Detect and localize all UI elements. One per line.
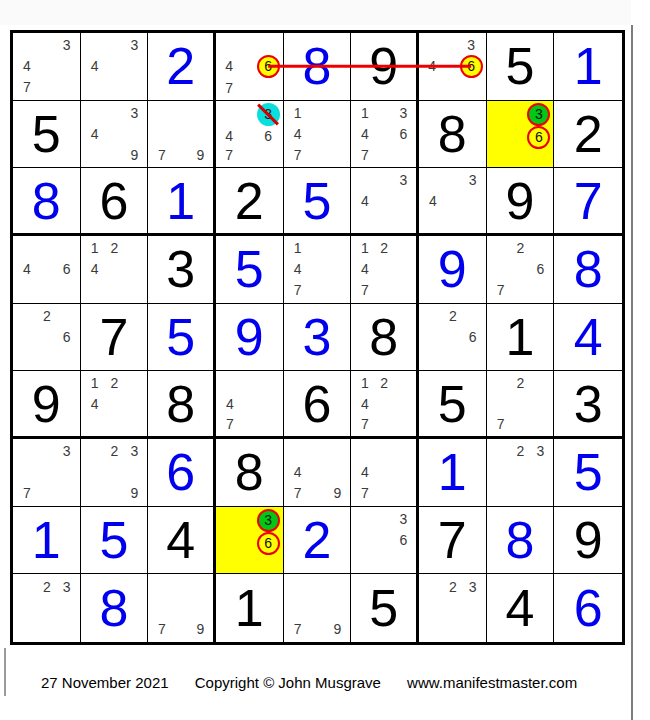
empty-slot — [375, 259, 394, 280]
cell-r4c5[interactable]: 147 — [284, 236, 352, 304]
cell-r9c5[interactable]: 79 — [284, 574, 352, 642]
empty-slot — [327, 259, 347, 280]
empty-slot — [37, 598, 57, 619]
candidate-6: 6 — [257, 532, 280, 555]
candidate-1: 1 — [85, 373, 105, 393]
candidate-grid: 23 — [419, 574, 486, 642]
empty-slot — [491, 126, 509, 149]
cell-r5c3[interactable]: 5 — [148, 304, 216, 372]
candidate-4: 4 — [355, 259, 374, 280]
candidate-3: 3 — [530, 441, 550, 462]
cell-r2c1[interactable]: 5 — [13, 101, 81, 169]
empty-slot — [220, 103, 238, 126]
candidate-2: 2 — [443, 576, 463, 597]
empty-slot — [394, 373, 413, 393]
empty-slot — [394, 394, 413, 414]
solved-digit: 8 — [487, 507, 554, 574]
empty-slot — [394, 144, 413, 165]
cell-r8c4[interactable]: 36 — [216, 507, 284, 575]
cell-r9c9[interactable]: 6 — [554, 574, 622, 642]
empty-slot — [37, 280, 57, 301]
candidate-7: 7 — [17, 77, 37, 98]
empty-slot — [191, 576, 210, 597]
empty-slot — [375, 414, 394, 434]
given-digit: 6 — [81, 168, 148, 233]
empty-slot — [375, 144, 394, 165]
candidate-3: 3 — [57, 441, 77, 462]
candidate-grid: 349 — [81, 101, 148, 168]
cell-r5c7[interactable]: 26 — [419, 304, 487, 372]
cell-r8c7[interactable]: 7 — [419, 507, 487, 575]
candidate-4: 4 — [288, 462, 308, 483]
empty-slot — [463, 306, 483, 327]
candidate-1: 1 — [355, 238, 374, 259]
cell-r2c4[interactable]: 3467 — [216, 101, 284, 169]
empty-slot — [17, 35, 37, 56]
given-digit: 8 — [216, 439, 283, 506]
cell-r8c1[interactable]: 1 — [13, 507, 81, 575]
empty-slot — [105, 394, 125, 414]
given-digit: 9 — [13, 371, 80, 436]
empty-slot — [172, 576, 191, 597]
cell-r6c4[interactable]: 47 — [216, 371, 284, 439]
empty-slot — [220, 373, 240, 393]
candidate-3: 3 — [257, 509, 280, 532]
candidate-4: 4 — [355, 462, 374, 483]
candidate-grid: 239 — [81, 439, 148, 506]
given-digit: 7 — [419, 507, 486, 574]
empty-slot — [327, 144, 347, 165]
candidate-grid: 1247 — [351, 371, 416, 436]
given-digit: 7 — [81, 304, 148, 371]
empty-slot — [37, 347, 57, 368]
given-digit: 9 — [487, 168, 554, 233]
empty-slot — [509, 126, 527, 149]
empty-slot — [375, 211, 394, 231]
empty-slot — [423, 35, 441, 55]
given-digit: 6 — [284, 371, 351, 436]
cell-r4c4[interactable]: 5 — [216, 236, 284, 304]
empty-slot — [327, 103, 347, 124]
empty-slot — [491, 462, 511, 483]
candidate-2: 2 — [105, 441, 125, 462]
empty-slot — [441, 55, 459, 78]
empty-slot — [37, 238, 57, 259]
solved-digit: 5 — [148, 304, 213, 371]
empty-slot — [394, 483, 413, 504]
candidate-7: 7 — [152, 144, 171, 165]
empty-slot — [327, 238, 347, 259]
cell-r6c3[interactable]: 8 — [148, 371, 216, 439]
cell-r8c8[interactable]: 8 — [487, 507, 555, 575]
cell-r1c8[interactable]: 5 — [487, 33, 555, 101]
empty-slot — [327, 576, 347, 597]
given-digit: 5 — [487, 33, 554, 100]
cell-r4c3[interactable]: 3 — [148, 236, 216, 304]
cell-r5c1[interactable]: 26 — [13, 304, 81, 372]
candidate-7: 7 — [220, 78, 238, 98]
empty-slot — [530, 394, 550, 414]
candidate-7: 7 — [288, 483, 308, 504]
empty-slot — [57, 77, 77, 98]
cell-r6c7[interactable]: 5 — [419, 371, 487, 439]
empty-slot — [491, 259, 511, 280]
empty-slot — [530, 373, 550, 393]
sudoku-board: 3473424678934651534979346714713467836286… — [10, 30, 625, 645]
empty-slot — [463, 619, 483, 640]
empty-slot — [375, 124, 394, 145]
empty-slot — [394, 280, 413, 301]
empty-slot — [238, 35, 256, 55]
empty-slot — [423, 306, 443, 327]
empty-slot — [172, 598, 191, 619]
empty-slot — [124, 124, 144, 145]
candidate-4: 4 — [355, 124, 374, 145]
empty-slot — [191, 598, 210, 619]
empty-slot — [463, 598, 483, 619]
empty-slot — [172, 144, 191, 165]
cell-r6c8[interactable]: 27 — [487, 371, 555, 439]
candidate-6: 6 — [530, 259, 550, 280]
empty-slot — [423, 619, 443, 640]
empty-slot — [37, 619, 57, 640]
empty-slot — [511, 394, 531, 414]
panel-divider-right — [631, 25, 633, 720]
empty-slot — [375, 394, 394, 414]
empty-slot — [172, 619, 191, 640]
yellow-circle-mark: 6 — [257, 55, 280, 78]
empty-slot — [530, 238, 550, 259]
empty-slot — [375, 280, 394, 301]
candidate-6: 6 — [463, 327, 483, 348]
cell-r9c2[interactable]: 8 — [81, 574, 149, 642]
given-digit: 3 — [148, 236, 213, 303]
cell-r2c8[interactable]: 36 — [487, 101, 555, 169]
candidate-7: 7 — [491, 280, 511, 301]
cell-r7c7[interactable]: 1 — [419, 439, 487, 507]
candidate-4: 4 — [220, 126, 238, 146]
footer-date: 27 November 2021 — [41, 674, 169, 691]
panel-divider-left — [4, 648, 6, 696]
candidate-4: 4 — [17, 56, 37, 77]
empty-slot — [17, 280, 37, 301]
candidate-7: 7 — [220, 414, 240, 434]
empty-slot — [57, 598, 77, 619]
given-digit: 5 — [419, 371, 486, 436]
empty-slot — [124, 373, 144, 393]
empty-slot — [327, 598, 347, 619]
red-circle-mark: 6 — [257, 532, 280, 555]
cell-r8c2[interactable]: 5 — [81, 507, 149, 575]
cell-r5c9[interactable]: 4 — [554, 304, 622, 372]
candidate-3: 3 — [124, 103, 144, 124]
candidate-3: 3 — [394, 103, 413, 124]
given-digit: 4 — [148, 507, 213, 574]
empty-slot — [238, 532, 256, 555]
solved-digit: 1 — [148, 168, 213, 233]
given-digit: 2 — [216, 168, 283, 233]
empty-slot — [308, 483, 328, 504]
candidate-9: 9 — [124, 144, 144, 165]
empty-slot — [37, 35, 57, 56]
cell-r1c9[interactable]: 1 — [554, 33, 622, 101]
cell-r4c1[interactable]: 46 — [13, 236, 81, 304]
candidate-grid: 27 — [487, 371, 554, 436]
empty-slot — [85, 35, 105, 56]
candidate-4: 4 — [85, 259, 105, 280]
empty-slot — [124, 394, 144, 414]
candidate-2: 2 — [511, 441, 531, 462]
empty-slot — [375, 530, 394, 551]
footer: 27 November 2021 Copyright © John Musgra… — [41, 674, 599, 691]
candidate-2: 2 — [375, 238, 394, 259]
cell-r7c8[interactable]: 23 — [487, 439, 555, 507]
cell-r5c4[interactable]: 9 — [216, 304, 284, 372]
candidate-3: 3 — [527, 103, 550, 126]
candidate-6: 6 — [394, 530, 413, 551]
cell-r8c5[interactable]: 2 — [284, 507, 352, 575]
solved-digit: 8 — [554, 236, 622, 303]
empty-slot — [394, 211, 413, 231]
candidate-grid: 346 — [419, 33, 486, 100]
cell-r6c2[interactable]: 124 — [81, 371, 149, 439]
cell-r5c2[interactable]: 7 — [81, 304, 149, 372]
cell-r4c6[interactable]: 1247 — [351, 236, 419, 304]
cell-r3c9[interactable]: 7 — [554, 168, 622, 236]
empty-slot — [288, 598, 308, 619]
cell-r9c7[interactable]: 23 — [419, 574, 487, 642]
candidate-2: 2 — [375, 373, 394, 393]
cell-r3c1[interactable]: 8 — [13, 168, 81, 236]
candidate-3: 3 — [257, 103, 280, 126]
candidate-9: 9 — [327, 619, 347, 640]
empty-slot — [57, 280, 77, 301]
empty-slot — [394, 550, 413, 571]
empty-slot — [443, 619, 463, 640]
empty-slot — [37, 483, 57, 504]
candidate-1: 1 — [355, 103, 374, 124]
empty-slot — [152, 103, 171, 124]
given-digit: 1 — [487, 304, 554, 371]
cell-r8c6[interactable]: 36 — [351, 507, 419, 575]
solved-digit: 6 — [554, 574, 622, 642]
candidate-grid: 36 — [351, 507, 416, 574]
cell-r9c4[interactable]: 1 — [216, 574, 284, 642]
cell-r3c5[interactable]: 5 — [284, 168, 352, 236]
given-digit: 5 — [13, 101, 80, 168]
empty-slot — [308, 259, 328, 280]
candidate-grid: 34 — [351, 168, 416, 233]
empty-slot — [355, 211, 374, 231]
cell-r5c5[interactable]: 3 — [284, 304, 352, 372]
candidate-7: 7 — [355, 280, 374, 301]
empty-slot — [308, 441, 328, 462]
empty-slot — [238, 78, 256, 98]
candidate-7: 7 — [355, 414, 374, 434]
cell-r9c1[interactable]: 23 — [13, 574, 81, 642]
cell-r3c8[interactable]: 9 — [487, 168, 555, 236]
candidate-1: 1 — [85, 238, 105, 259]
empty-slot — [375, 462, 394, 483]
cell-r7c5[interactable]: 479 — [284, 439, 352, 507]
cell-r2c2[interactable]: 349 — [81, 101, 149, 169]
cell-r3c6[interactable]: 34 — [351, 168, 419, 236]
solved-digit: 2 — [284, 507, 351, 574]
empty-slot — [260, 373, 280, 393]
empty-slot — [105, 103, 125, 124]
empty-slot — [17, 576, 37, 597]
cell-r9c3[interactable]: 79 — [148, 574, 216, 642]
cell-r7c6[interactable]: 47 — [351, 439, 419, 507]
cell-r3c2[interactable]: 6 — [81, 168, 149, 236]
given-digit: 8 — [419, 101, 486, 168]
cell-r5c6[interactable]: 8 — [351, 304, 419, 372]
empty-slot — [308, 598, 328, 619]
cell-r6c6[interactable]: 1247 — [351, 371, 419, 439]
candidate-4: 4 — [85, 394, 105, 414]
cell-r7c3[interactable]: 6 — [148, 439, 216, 507]
empty-slot — [105, 144, 125, 165]
cell-r6c1[interactable]: 9 — [13, 371, 81, 439]
empty-slot — [124, 280, 144, 301]
candidate-7: 7 — [355, 144, 374, 165]
empty-slot — [327, 441, 347, 462]
empty-slot — [491, 441, 511, 462]
empty-slot — [85, 414, 105, 434]
empty-slot — [443, 327, 463, 348]
cell-r3c4[interactable]: 2 — [216, 168, 284, 236]
solved-digit: 5 — [284, 168, 351, 233]
cell-r1c6[interactable]: 9 — [351, 33, 419, 101]
empty-slot — [238, 55, 256, 78]
solved-digit: 8 — [81, 574, 148, 642]
cell-r9c6[interactable]: 5 — [351, 574, 419, 642]
empty-slot — [509, 103, 527, 126]
empty-slot — [375, 550, 394, 571]
candidate-4: 4 — [355, 191, 374, 211]
candidate-4: 4 — [220, 55, 238, 78]
cell-r6c5[interactable]: 6 — [284, 371, 352, 439]
solved-digit: 5 — [216, 236, 283, 303]
candidate-6: 6 — [394, 124, 413, 145]
empty-slot — [530, 483, 550, 504]
red-circle-mark: 6 — [527, 126, 550, 149]
cell-r1c4[interactable]: 467 — [216, 33, 284, 101]
candidate-grid: 13467 — [351, 101, 416, 168]
empty-slot — [308, 576, 328, 597]
cell-r4c8[interactable]: 267 — [487, 236, 555, 304]
empty-slot — [105, 56, 125, 77]
empty-slot — [308, 124, 328, 145]
given-digit: 8 — [148, 371, 213, 436]
cell-r8c9[interactable]: 9 — [554, 507, 622, 575]
candidate-4: 4 — [85, 56, 105, 77]
empty-slot — [57, 306, 77, 327]
cell-r4c9[interactable]: 8 — [554, 236, 622, 304]
cell-r8c3[interactable]: 4 — [148, 507, 216, 575]
empty-slot — [238, 145, 256, 165]
empty-slot — [423, 576, 443, 597]
candidate-7: 7 — [152, 619, 171, 640]
cell-r7c9[interactable]: 5 — [554, 439, 622, 507]
empty-slot — [37, 56, 57, 77]
cell-r3c7[interactable]: 34 — [419, 168, 487, 236]
empty-slot — [85, 483, 105, 504]
solved-digit: 1 — [554, 33, 622, 100]
empty-slot — [355, 170, 374, 190]
cell-r3c3[interactable]: 1 — [148, 168, 216, 236]
empty-slot — [394, 414, 413, 434]
empty-slot — [530, 414, 550, 434]
empty-slot — [394, 238, 413, 259]
empty-slot — [257, 555, 280, 572]
empty-slot — [191, 124, 210, 145]
cell-r2c3[interactable]: 79 — [148, 101, 216, 169]
cell-r7c4[interactable]: 8 — [216, 439, 284, 507]
cyan-circle-mark: 3 — [257, 103, 280, 126]
empty-slot — [37, 259, 57, 280]
cell-r2c5[interactable]: 147 — [284, 101, 352, 169]
empty-slot — [172, 124, 191, 145]
empty-slot — [530, 462, 550, 483]
empty-slot — [443, 191, 463, 211]
candidate-6: 6 — [57, 259, 77, 280]
cell-r1c3[interactable]: 2 — [148, 33, 216, 101]
empty-slot — [105, 414, 125, 434]
cell-r1c1[interactable]: 347 — [13, 33, 81, 101]
empty-slot — [17, 347, 37, 368]
candidate-2: 2 — [37, 576, 57, 597]
cell-r1c2[interactable]: 34 — [81, 33, 149, 101]
given-digit: 5 — [351, 574, 416, 642]
cell-r4c7[interactable]: 9 — [419, 236, 487, 304]
candidate-4: 4 — [355, 394, 374, 414]
empty-slot — [105, 483, 125, 504]
cell-r2c7[interactable]: 8 — [419, 101, 487, 169]
empty-slot — [375, 170, 394, 190]
candidate-grid: 347 — [13, 33, 80, 100]
empty-slot — [394, 462, 413, 483]
cell-r4c2[interactable]: 124 — [81, 236, 149, 304]
empty-slot — [220, 509, 238, 532]
empty-slot — [105, 462, 125, 483]
cell-r7c1[interactable]: 37 — [13, 439, 81, 507]
empty-slot — [260, 394, 280, 414]
cell-r9c8[interactable]: 4 — [487, 574, 555, 642]
empty-slot — [511, 414, 531, 434]
empty-slot — [327, 462, 347, 483]
cell-r5c8[interactable]: 1 — [487, 304, 555, 372]
empty-slot — [530, 280, 550, 301]
empty-slot — [238, 509, 256, 532]
cell-r2c6[interactable]: 13467 — [351, 101, 419, 169]
empty-slot — [443, 598, 463, 619]
empty-slot — [355, 509, 374, 530]
empty-slot — [394, 191, 413, 211]
cell-r2c9[interactable]: 2 — [554, 101, 622, 169]
solved-digit: 4 — [554, 304, 622, 371]
empty-slot — [240, 414, 260, 434]
candidate-grid: 26 — [13, 304, 80, 371]
empty-slot — [240, 394, 260, 414]
cell-r1c7[interactable]: 346 — [419, 33, 487, 101]
cell-r7c2[interactable]: 239 — [81, 439, 149, 507]
cell-r6c9[interactable]: 3 — [554, 371, 622, 439]
candidate-grid: 467 — [216, 33, 283, 100]
cell-r1c5[interactable]: 8 — [284, 33, 352, 101]
solved-digit: 3 — [284, 304, 351, 371]
empty-slot — [85, 280, 105, 301]
